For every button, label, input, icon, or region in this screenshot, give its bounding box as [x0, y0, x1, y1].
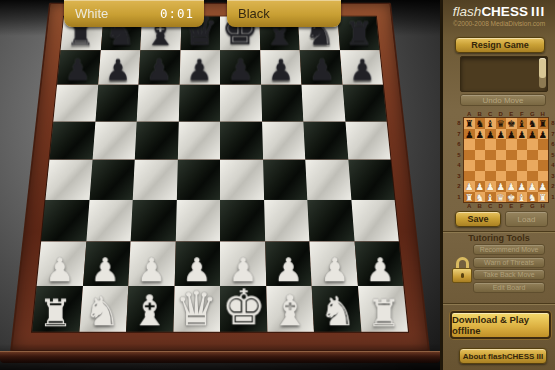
square-g5[interactable]: [303, 121, 348, 159]
square-g4[interactable]: [305, 159, 351, 199]
mini-square-a3: [464, 171, 475, 182]
mini-square-e2: ♟: [506, 181, 517, 192]
mini-square-d2: ♟: [496, 181, 507, 192]
square-f3[interactable]: [264, 199, 310, 241]
square-h7[interactable]: ♟: [340, 50, 383, 85]
mini-white-pawn: ♟: [464, 181, 475, 192]
mini-square-c6: [485, 139, 496, 150]
mini-white-pawn: ♟: [517, 181, 528, 192]
mini-black-bishop: ♝: [485, 118, 496, 129]
tutoring-tools-group: Recommend Move Warn of Threats Take Back…: [473, 244, 545, 293]
mini-square-f7: ♟: [517, 129, 528, 140]
mini-square-a1: ♜: [464, 192, 475, 203]
mini-square-b8: ♞: [475, 118, 486, 129]
mini-square-c2: ♟: [485, 181, 496, 192]
sidebar: flashCHESSIII ©2000-2008 MediaDivision.c…: [440, 0, 555, 370]
mini-square-e4: [506, 160, 517, 171]
mini-square-b7: ♟: [475, 129, 486, 140]
white-pawn[interactable]: ♟: [274, 253, 303, 286]
mini-square-h7: ♟: [538, 129, 549, 140]
logo-iii: III: [531, 4, 545, 19]
square-a1[interactable]: ♜: [32, 285, 83, 331]
file-label: D: [496, 203, 507, 209]
square-c5[interactable]: [135, 121, 179, 159]
about-button[interactable]: About flashCHESS III: [459, 348, 547, 364]
white-knight[interactable]: ♞: [84, 291, 120, 332]
square-b1[interactable]: ♞: [79, 285, 128, 331]
square-a4[interactable]: [45, 159, 92, 199]
mini-board-file-labels-top: ABCDEFGH: [464, 111, 548, 117]
square-f7[interactable]: ♟: [260, 50, 302, 85]
copyright-text: ©2000-2008 MediaDivision.com: [443, 20, 555, 27]
white-pawn[interactable]: ♟: [91, 253, 120, 286]
square-c7[interactable]: ♟: [139, 50, 181, 85]
mini-square-g5: [527, 150, 538, 161]
square-h4[interactable]: [348, 159, 395, 199]
mini-white-pawn: ♟: [527, 181, 538, 192]
mini-white-knight: ♞: [475, 192, 486, 203]
mini-square-a4: [464, 160, 475, 171]
square-g3[interactable]: [307, 199, 354, 241]
white-timer-tab: White 0:01: [64, 0, 204, 27]
square-d7[interactable]: ♟: [179, 50, 220, 85]
square-g6[interactable]: [301, 85, 345, 121]
mini-square-b2: ♟: [475, 181, 486, 192]
mini-white-bishop: ♝: [517, 192, 528, 203]
move-list: [460, 56, 548, 92]
flashchess-app: ♜♞♝♛♚♝♞♜♟♟♟♟♟♟♟♟♟♟♟♟♟♟♟♟♜♞♝♛♚♝♞♜ White 0…: [0, 0, 555, 370]
mini-square-h3: [538, 171, 549, 182]
save-button[interactable]: Save: [455, 211, 501, 227]
mini-square-g1: ♞: [527, 192, 538, 203]
mini-black-bishop: ♝: [517, 118, 528, 129]
rank-label: 6: [456, 139, 462, 150]
rank-label: 4: [550, 160, 555, 171]
mini-black-rook: ♜: [538, 118, 549, 129]
bottom-vignette: [0, 344, 440, 370]
black-pawn[interactable]: ♟: [64, 56, 90, 85]
file-label: G: [527, 111, 538, 117]
logo-flash: flash: [453, 4, 482, 19]
square-h5[interactable]: [345, 121, 391, 159]
app-logo: flashCHESSIII: [443, 4, 555, 19]
square-d1[interactable]: ♛: [173, 285, 220, 331]
mini-white-king: ♚: [506, 192, 517, 203]
rank-label: 1: [550, 192, 555, 203]
square-b7[interactable]: ♟: [98, 50, 141, 85]
mini-white-pawn: ♟: [506, 181, 517, 192]
mini-black-pawn: ♟: [506, 129, 517, 140]
mini-square-h8: ♜: [538, 118, 549, 129]
recommend-move-button[interactable]: Recommend Move: [473, 244, 545, 255]
mini-square-a5: [464, 150, 475, 161]
file-label: C: [485, 203, 496, 209]
logo-chess: CHESS: [481, 4, 528, 19]
black-pawn[interactable]: ♟: [227, 56, 253, 85]
square-c1[interactable]: ♝: [126, 285, 174, 331]
mini-square-h5: [538, 150, 549, 161]
square-g2[interactable]: ♟: [309, 241, 357, 285]
mini-square-b1: ♞: [475, 192, 486, 203]
file-label: A: [464, 111, 475, 117]
white-queen[interactable]: ♛: [175, 284, 218, 331]
mini-square-a8: ♜: [464, 118, 475, 129]
mini-square-a6: [464, 139, 475, 150]
main-board: ♜♞♝♛♚♝♞♜♟♟♟♟♟♟♟♟♟♟♟♟♟♟♟♟♜♞♝♛♚♝♞♜: [10, 3, 430, 352]
black-pawn[interactable]: ♟: [105, 56, 131, 85]
square-g1[interactable]: ♞: [312, 285, 361, 331]
mini-white-pawn: ♟: [485, 181, 496, 192]
mini-square-d5: [496, 150, 507, 161]
mini-board-rank-labels-left: 87654321: [456, 118, 462, 202]
square-a3[interactable]: [41, 199, 89, 241]
rank-label: 7: [456, 129, 462, 140]
square-f2[interactable]: ♟: [265, 241, 312, 285]
black-pawn[interactable]: ♟: [268, 56, 294, 85]
mini-white-pawn: ♟: [496, 181, 507, 192]
mini-square-c7: ♟: [485, 129, 496, 140]
square-g7[interactable]: ♟: [300, 50, 343, 85]
mini-square-d6: [496, 139, 507, 150]
edit-board-button[interactable]: Edit Board: [473, 282, 545, 293]
file-label: E: [506, 111, 517, 117]
mini-black-pawn: ♟: [496, 129, 507, 140]
mini-square-g6: [527, 139, 538, 150]
square-h2[interactable]: ♟: [354, 241, 403, 285]
mini-square-a2: ♟: [464, 181, 475, 192]
rank-label: 2: [456, 181, 462, 192]
square-d3[interactable]: [175, 199, 220, 241]
square-a7[interactable]: ♟: [57, 50, 100, 85]
square-d6[interactable]: [178, 85, 220, 121]
game-area: ♜♞♝♛♚♝♞♜♟♟♟♟♟♟♟♟♟♟♟♟♟♟♟♟♜♞♝♛♚♝♞♜ White 0…: [0, 0, 440, 370]
mini-square-f6: [517, 139, 528, 150]
rank-label: 8: [550, 118, 555, 129]
mini-square-e3: [506, 171, 517, 182]
square-e1[interactable]: ♚: [220, 285, 267, 331]
mini-black-queen: ♛: [496, 118, 507, 129]
square-d4[interactable]: [176, 159, 220, 199]
mini-square-g7: ♟: [527, 129, 538, 140]
file-label: G: [527, 203, 538, 209]
white-pawn[interactable]: ♟: [366, 253, 395, 286]
rank-label: 6: [550, 139, 555, 150]
mini-square-c5: [485, 150, 496, 161]
mini-square-d1: ♛: [496, 192, 507, 203]
rank-label: 8: [456, 118, 462, 129]
mini-black-pawn: ♟: [538, 129, 549, 140]
square-a6[interactable]: [53, 85, 97, 121]
square-h8[interactable]: ♜: [337, 16, 379, 49]
rank-label: 2: [550, 181, 555, 192]
mini-square-d8: ♛: [496, 118, 507, 129]
mini-square-h4: [538, 160, 549, 171]
mini-black-pawn: ♟: [475, 129, 486, 140]
file-label: D: [496, 111, 507, 117]
white-pawn[interactable]: ♟: [320, 253, 349, 286]
square-c4[interactable]: [133, 159, 178, 199]
mini-square-c3: [485, 171, 496, 182]
mini-square-c1: ♝: [485, 192, 496, 203]
black-label: Black: [238, 6, 270, 21]
rank-label: 3: [456, 171, 462, 182]
square-b5[interactable]: [92, 121, 137, 159]
file-label: H: [538, 111, 549, 117]
mini-board: ♜♞♝♛♚♝♞♜♟♟♟♟♟♟♟♟♟♟♟♟♟♟♟♟♜♞♝♛♚♝♞♜: [464, 118, 548, 202]
resign-game-button[interactable]: Resign Game: [455, 37, 545, 53]
mini-black-pawn: ♟: [517, 129, 528, 140]
white-bishop[interactable]: ♝: [130, 289, 168, 332]
mini-white-rook: ♜: [538, 192, 549, 203]
mini-square-f2: ♟: [517, 181, 528, 192]
mini-square-d4: [496, 160, 507, 171]
mini-square-e8: ♚: [506, 118, 517, 129]
square-c6[interactable]: [137, 85, 180, 121]
mini-white-knight: ♞: [527, 192, 538, 203]
mini-square-f5: [517, 150, 528, 161]
mini-square-h6: [538, 139, 549, 150]
white-label: White: [75, 6, 108, 21]
mini-square-b6: [475, 139, 486, 150]
black-pawn[interactable]: ♟: [146, 56, 172, 85]
mini-black-pawn: ♟: [464, 129, 475, 140]
square-e5[interactable]: [220, 121, 263, 159]
square-e7[interactable]: ♟: [220, 50, 261, 85]
white-bishop[interactable]: ♝: [271, 289, 309, 332]
mini-square-f8: ♝: [517, 118, 528, 129]
square-e6[interactable]: [220, 85, 262, 121]
mini-square-e6: [506, 139, 517, 150]
mini-board-file-labels-bottom: ABCDEFGH: [464, 203, 548, 209]
square-f6[interactable]: [261, 85, 304, 121]
mini-square-e7: ♟: [506, 129, 517, 140]
square-c2[interactable]: ♟: [128, 241, 175, 285]
board-scene: ♜♞♝♛♚♝♞♜♟♟♟♟♟♟♟♟♟♟♟♟♟♟♟♟♜♞♝♛♚♝♞♜: [10, 0, 430, 352]
mini-square-d7: ♟: [496, 129, 507, 140]
mini-square-f4: [517, 160, 528, 171]
download-play-offline-button[interactable]: Download & Play offline: [450, 311, 551, 339]
file-label: E: [506, 203, 517, 209]
divider: [443, 303, 555, 305]
white-pawn[interactable]: ♟: [137, 253, 166, 286]
square-f5[interactable]: [262, 121, 306, 159]
square-b4[interactable]: [89, 159, 135, 199]
square-d2[interactable]: ♟: [174, 241, 220, 285]
tutoring-tools-title: Tutoring Tools: [443, 233, 555, 243]
take-back-move-button[interactable]: Take Back Move: [473, 269, 545, 280]
mini-square-c4: [485, 160, 496, 171]
square-e4[interactable]: [220, 159, 264, 199]
file-label: F: [517, 203, 528, 209]
mini-square-b3: [475, 171, 486, 182]
square-c3[interactable]: [131, 199, 177, 241]
rank-label: 4: [456, 160, 462, 171]
mini-white-pawn: ♟: [538, 181, 549, 192]
mini-black-knight: ♞: [527, 118, 538, 129]
mini-square-g8: ♞: [527, 118, 538, 129]
undo-move-button[interactable]: Undo Move: [460, 94, 546, 106]
warn-of-threats-button[interactable]: Warn of Threats: [473, 257, 545, 268]
mini-black-pawn: ♟: [527, 129, 538, 140]
black-rook[interactable]: ♜: [345, 18, 374, 50]
mini-white-rook: ♜: [464, 192, 475, 203]
rank-label: 5: [550, 150, 555, 161]
mini-square-g2: ♟: [527, 181, 538, 192]
mini-square-a7: ♟: [464, 129, 475, 140]
white-rook[interactable]: ♜: [368, 294, 402, 332]
move-list-scrollbar[interactable]: [539, 58, 546, 78]
mini-square-g3: [527, 171, 538, 182]
file-label: B: [475, 203, 486, 209]
white-clock: 0:01: [160, 6, 194, 21]
white-king[interactable]: ♚: [221, 282, 265, 331]
rank-label: 7: [550, 129, 555, 140]
mini-square-f3: [517, 171, 528, 182]
square-a5[interactable]: [50, 121, 96, 159]
mini-square-h1: ♜: [538, 192, 549, 203]
square-f1[interactable]: ♝: [266, 285, 314, 331]
mini-square-c8: ♝: [485, 118, 496, 129]
file-label: B: [475, 111, 486, 117]
mini-square-e1: ♚: [506, 192, 517, 203]
mini-square-h2: ♟: [538, 181, 549, 192]
mini-board-rank-labels-right: 87654321: [550, 118, 555, 202]
mini-square-e5: [506, 150, 517, 161]
black-pawn[interactable]: ♟: [187, 56, 213, 85]
square-b6[interactable]: [95, 85, 139, 121]
file-label: H: [538, 203, 549, 209]
square-b2[interactable]: ♟: [83, 241, 131, 285]
mini-white-bishop: ♝: [485, 192, 496, 203]
mini-square-g4: [527, 160, 538, 171]
white-rook[interactable]: ♜: [39, 294, 73, 332]
mini-black-knight: ♞: [475, 118, 486, 129]
mini-square-b4: [475, 160, 486, 171]
mini-white-pawn: ♟: [475, 181, 486, 192]
rank-label: 1: [456, 192, 462, 203]
square-e3[interactable]: [220, 199, 265, 241]
white-pawn[interactable]: ♟: [45, 253, 74, 286]
square-h1[interactable]: ♜: [357, 285, 408, 331]
mini-black-king: ♚: [506, 118, 517, 129]
file-label: F: [517, 111, 528, 117]
white-knight[interactable]: ♞: [319, 291, 355, 332]
mini-black-pawn: ♟: [485, 129, 496, 140]
black-pawn[interactable]: ♟: [349, 56, 375, 85]
mini-square-b5: [475, 150, 486, 161]
square-a2[interactable]: ♟: [37, 241, 86, 285]
main-board-grid: ♜♞♝♛♚♝♞♜♟♟♟♟♟♟♟♟♟♟♟♟♟♟♟♟♜♞♝♛♚♝♞♜: [32, 16, 408, 331]
rank-label: 5: [456, 150, 462, 161]
lock-icon: [452, 257, 472, 285]
square-h6[interactable]: [342, 85, 386, 121]
mini-square-d3: [496, 171, 507, 182]
black-pawn[interactable]: ♟: [309, 56, 335, 85]
load-button[interactable]: Load: [505, 211, 548, 227]
file-label: A: [464, 203, 475, 209]
mini-square-f1: ♝: [517, 192, 528, 203]
square-d5[interactable]: [177, 121, 220, 159]
mini-black-rook: ♜: [464, 118, 475, 129]
square-b3[interactable]: [86, 199, 133, 241]
rank-label: 3: [550, 171, 555, 182]
file-label: C: [485, 111, 496, 117]
mini-white-queen: ♛: [496, 192, 507, 203]
square-h3[interactable]: [351, 199, 399, 241]
square-f4[interactable]: [263, 159, 308, 199]
black-timer-tab: Black: [227, 0, 341, 27]
